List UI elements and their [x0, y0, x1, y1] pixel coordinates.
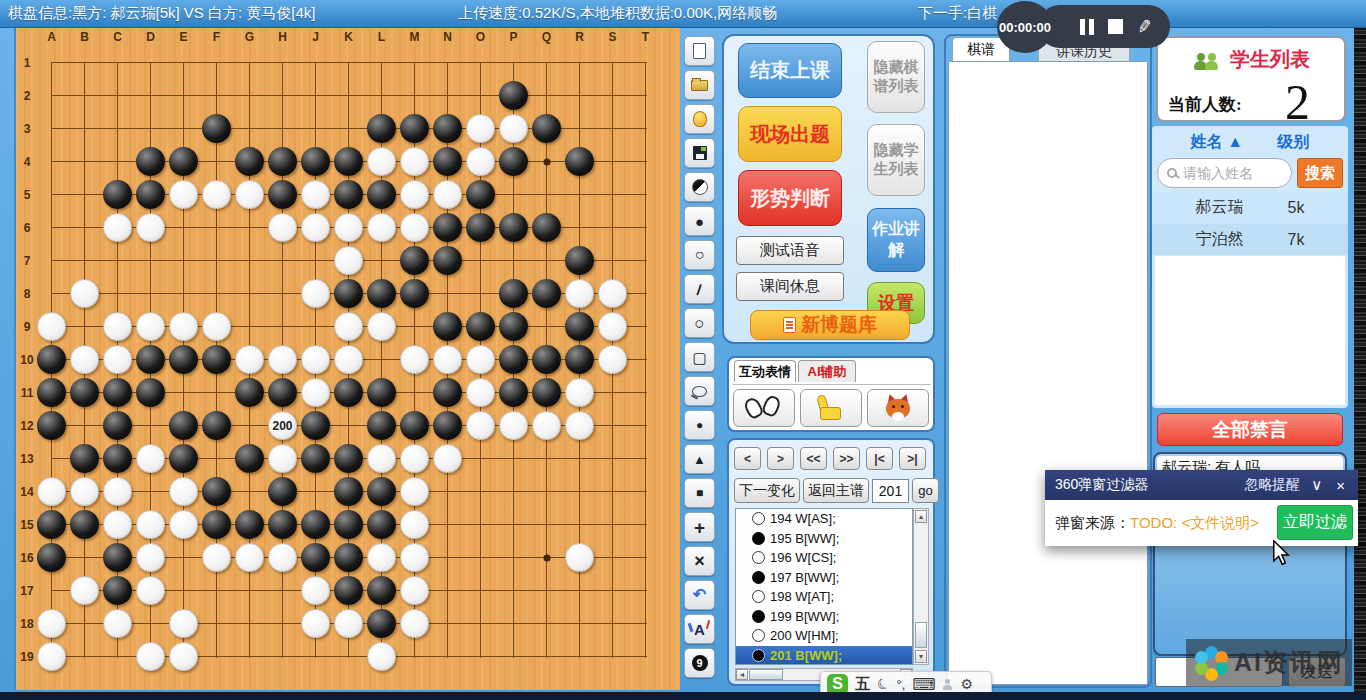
board-cell[interactable]: [398, 211, 431, 244]
board-cell[interactable]: [398, 574, 431, 607]
board-cell[interactable]: [266, 508, 299, 541]
board-cell[interactable]: [530, 277, 563, 310]
search-input[interactable]: [1183, 165, 1283, 181]
board-cell[interactable]: [497, 541, 530, 574]
board-cell[interactable]: [35, 310, 68, 343]
board-cell[interactable]: [167, 178, 200, 211]
board-cell[interactable]: [332, 178, 365, 211]
board-cell[interactable]: [530, 79, 563, 112]
board-cell[interactable]: [332, 277, 365, 310]
board-cell[interactable]: [299, 178, 332, 211]
board-cell[interactable]: [431, 112, 464, 145]
board-cell[interactable]: [167, 343, 200, 376]
board-cell[interactable]: [563, 46, 596, 79]
move-list-item[interactable]: 200 W[HM];: [736, 626, 912, 646]
board-cell[interactable]: [134, 376, 167, 409]
board-cell[interactable]: [68, 508, 101, 541]
board-cell[interactable]: [431, 508, 464, 541]
board-cell[interactable]: [365, 277, 398, 310]
board-cell[interactable]: [134, 244, 167, 277]
board-cell[interactable]: [563, 145, 596, 178]
board-cell[interactable]: [200, 145, 233, 178]
board-cell[interactable]: [629, 112, 662, 145]
board-cell[interactable]: [530, 211, 563, 244]
board-cell[interactable]: [200, 46, 233, 79]
board-cell[interactable]: [332, 541, 365, 574]
board-cell[interactable]: [35, 442, 68, 475]
board-cell[interactable]: [497, 46, 530, 79]
board-cell[interactable]: [431, 211, 464, 244]
board-cell[interactable]: [134, 112, 167, 145]
board-cell[interactable]: [629, 508, 662, 541]
board-cell[interactable]: [530, 574, 563, 607]
board-cell[interactable]: [530, 178, 563, 211]
board-cell[interactable]: [167, 475, 200, 508]
board-cell[interactable]: [497, 244, 530, 277]
nav-step-button[interactable]: >: [767, 447, 794, 470]
board-cell[interactable]: [629, 640, 662, 673]
board-cell[interactable]: [464, 409, 497, 442]
board-cell[interactable]: [398, 607, 431, 640]
board-cell[interactable]: [596, 79, 629, 112]
board-cell[interactable]: [563, 277, 596, 310]
board-cell[interactable]: [101, 277, 134, 310]
board-cell[interactable]: [596, 277, 629, 310]
board-cell[interactable]: [530, 112, 563, 145]
board-cell[interactable]: [233, 508, 266, 541]
board-cell[interactable]: [596, 112, 629, 145]
board-cell[interactable]: [167, 145, 200, 178]
nav-step-button[interactable]: >|: [899, 447, 926, 470]
board-cell[interactable]: [596, 244, 629, 277]
board-cell[interactable]: [101, 79, 134, 112]
board-cell[interactable]: [266, 640, 299, 673]
tab-interactive-emoji[interactable]: 互动表情: [734, 360, 796, 382]
board-cell[interactable]: [629, 442, 662, 475]
board-cell[interactable]: [563, 211, 596, 244]
move-number-input[interactable]: [872, 479, 909, 503]
board-cell[interactable]: [563, 376, 596, 409]
board-cell[interactable]: [431, 178, 464, 211]
board-cell[interactable]: [167, 574, 200, 607]
board-cell[interactable]: [101, 409, 134, 442]
chevron-down-icon[interactable]: ∨: [1308, 476, 1325, 494]
move-list-item[interactable]: 199 B[WW];: [736, 607, 912, 627]
board-cell[interactable]: [497, 475, 530, 508]
board-cell[interactable]: [365, 145, 398, 178]
board-cell[interactable]: [563, 541, 596, 574]
board-cell[interactable]: [596, 376, 629, 409]
board-cell[interactable]: [530, 310, 563, 343]
board-cell[interactable]: [464, 640, 497, 673]
board-cell[interactable]: [563, 112, 596, 145]
board-cell[interactable]: [101, 112, 134, 145]
board-cell[interactable]: [68, 541, 101, 574]
move-list-item[interactable]: 198 W[AT];: [736, 587, 912, 607]
homework-explain-button[interactable]: 作业讲解: [867, 208, 925, 272]
board-cell[interactable]: [365, 607, 398, 640]
board-cell[interactable]: [530, 607, 563, 640]
board-cell[interactable]: [167, 112, 200, 145]
board-cell[interactable]: [398, 376, 431, 409]
board-cell[interactable]: [101, 376, 134, 409]
board-cell[interactable]: [134, 508, 167, 541]
board-cell[interactable]: [299, 79, 332, 112]
board-cell[interactable]: [365, 244, 398, 277]
board-cell[interactable]: [365, 574, 398, 607]
board-cell[interactable]: [200, 343, 233, 376]
board-cell[interactable]: [200, 475, 233, 508]
board-cell[interactable]: [200, 277, 233, 310]
board-cell[interactable]: [365, 46, 398, 79]
board-cell[interactable]: [365, 376, 398, 409]
board-cell[interactable]: [563, 607, 596, 640]
board-cell[interactable]: [398, 79, 431, 112]
board-cell[interactable]: [200, 310, 233, 343]
board-cell[interactable]: [398, 46, 431, 79]
board-cell[interactable]: [134, 640, 167, 673]
board-cell[interactable]: [233, 277, 266, 310]
board-cell[interactable]: [101, 310, 134, 343]
board-cell[interactable]: [497, 178, 530, 211]
board-cell[interactable]: [68, 475, 101, 508]
new-file-button[interactable]: [684, 36, 715, 66]
board-cell[interactable]: [134, 475, 167, 508]
lesson-lamp-button[interactable]: [684, 104, 715, 134]
board-cell[interactable]: [200, 640, 233, 673]
board-cell[interactable]: [563, 475, 596, 508]
clap-emoji-button[interactable]: [733, 389, 795, 427]
board-cell[interactable]: [134, 607, 167, 640]
board-cell[interactable]: [365, 442, 398, 475]
board-cell[interactable]: [464, 178, 497, 211]
board-cell[interactable]: [332, 310, 365, 343]
search-box[interactable]: [1157, 158, 1292, 188]
board-cell[interactable]: [464, 376, 497, 409]
board-cell[interactable]: [563, 79, 596, 112]
board-cell[interactable]: [134, 46, 167, 79]
tab-ai-assist[interactable]: AI辅助: [798, 360, 856, 382]
board-cell[interactable]: [431, 145, 464, 178]
board-cell[interactable]: [365, 640, 398, 673]
board-cell[interactable]: [464, 112, 497, 145]
board-cell[interactable]: [431, 541, 464, 574]
board-cell[interactable]: [68, 79, 101, 112]
test-voice-button[interactable]: 测试语音: [736, 236, 844, 265]
board-cell[interactable]: [35, 244, 68, 277]
pencil-icon[interactable]: ✎: [1135, 14, 1154, 38]
board-cell[interactable]: [596, 343, 629, 376]
board-cell[interactable]: [629, 79, 662, 112]
board-cell[interactable]: [332, 46, 365, 79]
board-cell[interactable]: [233, 475, 266, 508]
board-cell[interactable]: [530, 409, 563, 442]
board-cell[interactable]: [464, 277, 497, 310]
student-row[interactable]: 郝云瑞5k: [1152, 192, 1348, 223]
board-cell[interactable]: [332, 79, 365, 112]
board-cell[interactable]: [266, 211, 299, 244]
board-cell[interactable]: [530, 46, 563, 79]
board-cell[interactable]: [464, 46, 497, 79]
board-cell[interactable]: [332, 145, 365, 178]
board-cell[interactable]: [167, 46, 200, 79]
board-cell[interactable]: [464, 310, 497, 343]
board-cell[interactable]: [398, 475, 431, 508]
board-cell[interactable]: [563, 574, 596, 607]
board-cell[interactable]: [266, 574, 299, 607]
board-cell[interactable]: [266, 178, 299, 211]
board-cell[interactable]: [332, 343, 365, 376]
board-cell[interactable]: [35, 376, 68, 409]
board-cell[interactable]: [233, 541, 266, 574]
board-cell[interactable]: [266, 376, 299, 409]
board-cell[interactable]: [233, 79, 266, 112]
board-cell[interactable]: [299, 343, 332, 376]
board-cell[interactable]: [299, 376, 332, 409]
board-cell[interactable]: [596, 475, 629, 508]
keyboard-icon[interactable]: ⌨: [912, 675, 935, 694]
board-cell[interactable]: [497, 574, 530, 607]
end-class-button[interactable]: 结束上课: [738, 43, 842, 98]
board-cell[interactable]: [101, 244, 134, 277]
board-cell[interactable]: [431, 376, 464, 409]
board-cell[interactable]: [365, 343, 398, 376]
text-tool-button[interactable]: A: [684, 614, 715, 644]
board-cell[interactable]: [101, 211, 134, 244]
board-cell[interactable]: [200, 442, 233, 475]
popup-source-value[interactable]: TODO: <文件说明>: [1130, 514, 1259, 533]
board-cell[interactable]: [629, 244, 662, 277]
board-cell[interactable]: [332, 244, 365, 277]
moon-icon[interactable]: ☾: [874, 674, 892, 694]
column-name[interactable]: 姓名 ▲: [1191, 132, 1243, 153]
board-cell[interactable]: 200: [266, 409, 299, 442]
board-cell[interactable]: [332, 442, 365, 475]
board-cell[interactable]: [596, 640, 629, 673]
board-cell[interactable]: [365, 409, 398, 442]
board-cell[interactable]: [233, 442, 266, 475]
board-cell[interactable]: [134, 211, 167, 244]
board-cell[interactable]: [596, 508, 629, 541]
board-cell[interactable]: [35, 409, 68, 442]
board-cell[interactable]: [299, 244, 332, 277]
hide-student-list-button[interactable]: 隐藏学生列表: [867, 124, 925, 196]
board-cell[interactable]: [299, 211, 332, 244]
board-cell[interactable]: [332, 508, 365, 541]
fox-emoji-button[interactable]: [867, 389, 929, 427]
board-cell[interactable]: [596, 178, 629, 211]
board-cell[interactable]: [101, 343, 134, 376]
board-cell[interactable]: [299, 310, 332, 343]
board-cell[interactable]: [101, 574, 134, 607]
board-cell[interactable]: [365, 112, 398, 145]
board-cell[interactable]: [398, 343, 431, 376]
board-cell[interactable]: [530, 244, 563, 277]
board-cell[interactable]: [101, 178, 134, 211]
board-cell[interactable]: [35, 343, 68, 376]
board-cell[interactable]: [629, 46, 662, 79]
board-cell[interactable]: [431, 46, 464, 79]
board-cell[interactable]: [629, 343, 662, 376]
board-cell[interactable]: [266, 277, 299, 310]
nav-step-button[interactable]: >>: [833, 447, 860, 470]
board-cell[interactable]: [332, 409, 365, 442]
line-tool-button[interactable]: /: [684, 274, 715, 304]
board-cell[interactable]: [431, 244, 464, 277]
board-cell[interactable]: [563, 508, 596, 541]
board-cell[interactable]: [629, 376, 662, 409]
board-cell[interactable]: [299, 640, 332, 673]
board-cell[interactable]: [596, 145, 629, 178]
board-cell[interactable]: [431, 409, 464, 442]
board-cell[interactable]: [365, 178, 398, 211]
cross-mark-button[interactable]: ×: [684, 546, 715, 576]
board-cell[interactable]: [299, 574, 332, 607]
board-cell[interactable]: [431, 310, 464, 343]
board-cell[interactable]: [200, 376, 233, 409]
board-cell[interactable]: [68, 112, 101, 145]
board-cell[interactable]: [266, 475, 299, 508]
board-cell[interactable]: [464, 541, 497, 574]
filter-now-button[interactable]: 立即过滤: [1277, 505, 1353, 540]
board-cell[interactable]: [68, 442, 101, 475]
dot-mark-button[interactable]: ●: [684, 410, 715, 440]
move-list-vscrollbar[interactable]: ▴ ▾: [913, 508, 929, 665]
alternate-stone-button[interactable]: [684, 172, 715, 202]
board-cell[interactable]: [200, 607, 233, 640]
board-cell[interactable]: [332, 475, 365, 508]
board-cell[interactable]: [68, 244, 101, 277]
board-cell[interactable]: [563, 178, 596, 211]
board-cell[interactable]: [299, 541, 332, 574]
board-cell[interactable]: [200, 112, 233, 145]
board-cell[interactable]: [266, 112, 299, 145]
board-cell[interactable]: [233, 343, 266, 376]
board-cell[interactable]: [35, 79, 68, 112]
board-cell[interactable]: [332, 640, 365, 673]
board-cell[interactable]: [629, 145, 662, 178]
board-cell[interactable]: [233, 640, 266, 673]
board-cell[interactable]: [431, 277, 464, 310]
board-cell[interactable]: [629, 277, 662, 310]
hide-kifu-list-button[interactable]: 隐藏棋谱列表: [867, 41, 925, 113]
board-cell[interactable]: [398, 442, 431, 475]
board-cell[interactable]: [629, 607, 662, 640]
board-cell[interactable]: [200, 79, 233, 112]
position-judge-button[interactable]: 形势判断: [738, 170, 842, 226]
board-cell[interactable]: [629, 475, 662, 508]
board-cell[interactable]: [167, 277, 200, 310]
board-cell[interactable]: [35, 145, 68, 178]
board-cell[interactable]: [431, 343, 464, 376]
board-cell[interactable]: [167, 211, 200, 244]
board-cell[interactable]: [497, 112, 530, 145]
board-cell[interactable]: [266, 46, 299, 79]
board-cell[interactable]: [299, 442, 332, 475]
open-file-button[interactable]: [684, 70, 715, 100]
board-cell[interactable]: [332, 607, 365, 640]
board-cell[interactable]: [563, 244, 596, 277]
board-cell[interactable]: [497, 442, 530, 475]
board-cell[interactable]: [101, 508, 134, 541]
board-cell[interactable]: [398, 244, 431, 277]
board-cell[interactable]: [629, 310, 662, 343]
board-cell[interactable]: [35, 46, 68, 79]
move-list-item[interactable]: 201 B[WW];: [736, 646, 912, 666]
board-cell[interactable]: [101, 607, 134, 640]
move-list-item[interactable]: 194 W[AS];: [736, 509, 912, 529]
board-cell[interactable]: [68, 211, 101, 244]
board-cell[interactable]: [431, 640, 464, 673]
square-mark-button[interactable]: ■: [684, 478, 715, 508]
board-cell[interactable]: [266, 541, 299, 574]
ime-mode[interactable]: 五: [855, 675, 870, 694]
board-cell[interactable]: [68, 343, 101, 376]
board-cell[interactable]: [596, 46, 629, 79]
board-cell[interactable]: [101, 145, 134, 178]
board-cell[interactable]: [563, 343, 596, 376]
board-cell[interactable]: [464, 211, 497, 244]
board-cell[interactable]: [365, 541, 398, 574]
board-cell[interactable]: [464, 475, 497, 508]
board-cell[interactable]: [167, 442, 200, 475]
board-cell[interactable]: [167, 376, 200, 409]
board-cell[interactable]: [398, 112, 431, 145]
board-cell[interactable]: [497, 277, 530, 310]
board-cell[interactable]: [101, 442, 134, 475]
scroll-up-icon[interactable]: ▴: [915, 510, 927, 523]
board-cell[interactable]: [332, 211, 365, 244]
board-cell[interactable]: [497, 145, 530, 178]
board-cell[interactable]: [497, 409, 530, 442]
nav-step-button[interactable]: |<: [866, 447, 893, 470]
board-cell[interactable]: [233, 409, 266, 442]
board-cell[interactable]: [101, 475, 134, 508]
board-cell[interactable]: [596, 541, 629, 574]
board-cell[interactable]: [563, 442, 596, 475]
board-cell[interactable]: [233, 607, 266, 640]
board-cell[interactable]: [629, 541, 662, 574]
board-cell[interactable]: [167, 541, 200, 574]
board-cell[interactable]: [563, 310, 596, 343]
board-cell[interactable]: [497, 508, 530, 541]
board-cell[interactable]: [134, 178, 167, 211]
number-mark-button[interactable]: 9: [684, 648, 715, 678]
wrench-icon[interactable]: ⚙: [960, 676, 973, 692]
class-break-button[interactable]: 课间休息: [736, 272, 844, 301]
board-cell[interactable]: [68, 409, 101, 442]
board-cell[interactable]: [530, 343, 563, 376]
board-cell[interactable]: [497, 211, 530, 244]
board-cell[interactable]: [101, 46, 134, 79]
board-cell[interactable]: [68, 145, 101, 178]
board-cell[interactable]: [200, 508, 233, 541]
mute-all-button[interactable]: 全部禁言: [1157, 413, 1343, 446]
board-cell[interactable]: [167, 607, 200, 640]
board-cell[interactable]: [299, 409, 332, 442]
board-cell[interactable]: [464, 79, 497, 112]
board-cell[interactable]: [299, 112, 332, 145]
board-cell[interactable]: [266, 343, 299, 376]
board-cell[interactable]: [233, 244, 266, 277]
board-cell[interactable]: [35, 541, 68, 574]
move-list-item[interactable]: 196 W[CS];: [736, 548, 912, 568]
board-cell[interactable]: [629, 574, 662, 607]
rect-tool-button[interactable]: ▢: [684, 342, 715, 372]
plus-mark-button[interactable]: +: [684, 512, 715, 542]
next-variation-button[interactable]: 下一变化: [734, 478, 800, 503]
board-cell[interactable]: [68, 640, 101, 673]
